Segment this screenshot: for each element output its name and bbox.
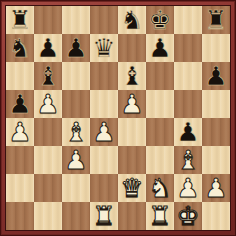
square-c5[interactable] (62, 90, 90, 118)
black-pawn-piece[interactable]: ♟ (36, 34, 59, 62)
black-pawn-piece[interactable]: ♟ (64, 34, 87, 62)
square-c3[interactable]: ♟ (62, 146, 90, 174)
square-b6[interactable]: ♝ (34, 62, 62, 90)
square-e4[interactable] (118, 118, 146, 146)
square-b4[interactable] (34, 118, 62, 146)
square-d3[interactable] (90, 146, 118, 174)
square-f4[interactable] (146, 118, 174, 146)
black-knight-piece[interactable]: ♞ (120, 6, 143, 34)
square-b5[interactable]: ♟ (34, 90, 62, 118)
square-h3[interactable] (202, 146, 230, 174)
square-a6[interactable] (6, 62, 34, 90)
square-h8[interactable]: ♜ (202, 6, 230, 34)
square-g1[interactable]: ♚ (174, 202, 202, 230)
square-g5[interactable] (174, 90, 202, 118)
square-d1[interactable]: ♜ (90, 202, 118, 230)
white-queen-piece[interactable]: ♛ (120, 174, 143, 202)
square-e1[interactable] (118, 202, 146, 230)
square-e8[interactable]: ♞ (118, 6, 146, 34)
square-h6[interactable]: ♟ (202, 62, 230, 90)
square-g6[interactable] (174, 62, 202, 90)
square-c8[interactable] (62, 6, 90, 34)
square-e2[interactable]: ♛ (118, 174, 146, 202)
black-knight-piece[interactable]: ♞ (8, 34, 31, 62)
white-rook-piece[interactable]: ♜ (92, 202, 115, 230)
square-b3[interactable] (34, 146, 62, 174)
square-f8[interactable]: ♚ (146, 6, 174, 34)
square-h5[interactable] (202, 90, 230, 118)
square-c4[interactable]: ♝ (62, 118, 90, 146)
square-f5[interactable] (146, 90, 174, 118)
square-b2[interactable] (34, 174, 62, 202)
square-c2[interactable] (62, 174, 90, 202)
square-f3[interactable] (146, 146, 174, 174)
square-b7[interactable]: ♟ (34, 34, 62, 62)
black-pawn-piece[interactable]: ♟ (148, 34, 171, 62)
white-pawn-piece[interactable]: ♟ (36, 90, 59, 118)
white-knight-piece[interactable]: ♞ (148, 174, 171, 202)
white-bishop-piece[interactable]: ♝ (176, 146, 199, 174)
square-h7[interactable] (202, 34, 230, 62)
square-a4[interactable]: ♟ (6, 118, 34, 146)
black-king-piece[interactable]: ♚ (148, 6, 171, 34)
square-c7[interactable]: ♟ (62, 34, 90, 62)
black-rook-piece[interactable]: ♜ (204, 6, 227, 34)
square-a2[interactable] (6, 174, 34, 202)
square-a5[interactable]: ♟ (6, 90, 34, 118)
square-a1[interactable] (6, 202, 34, 230)
square-g2[interactable]: ♟ (174, 174, 202, 202)
square-h2[interactable]: ♟ (202, 174, 230, 202)
white-pawn-piece[interactable]: ♟ (8, 118, 31, 146)
black-bishop-piece[interactable]: ♝ (120, 62, 143, 90)
square-a8[interactable]: ♜ (6, 6, 34, 34)
square-f6[interactable] (146, 62, 174, 90)
square-f1[interactable]: ♜ (146, 202, 174, 230)
square-f2[interactable]: ♞ (146, 174, 174, 202)
black-bishop-piece[interactable]: ♝ (36, 62, 59, 90)
square-g7[interactable] (174, 34, 202, 62)
square-h1[interactable] (202, 202, 230, 230)
square-g4[interactable]: ♟ (174, 118, 202, 146)
square-e3[interactable] (118, 146, 146, 174)
square-b1[interactable] (34, 202, 62, 230)
square-a7[interactable]: ♞ (6, 34, 34, 62)
square-d7[interactable]: ♛ (90, 34, 118, 62)
square-d8[interactable] (90, 6, 118, 34)
white-pawn-piece[interactable]: ♟ (92, 118, 115, 146)
chess-board: ♜♞♚♜♞♟♟♛♟♝♝♟♟♟♟♟♝♟♟♟♝♛♞♟♟♜♜♚ (6, 6, 230, 230)
white-pawn-piece[interactable]: ♟ (64, 146, 87, 174)
square-c1[interactable] (62, 202, 90, 230)
square-d4[interactable]: ♟ (90, 118, 118, 146)
white-pawn-piece[interactable]: ♟ (120, 90, 143, 118)
black-pawn-piece[interactable]: ♟ (8, 90, 31, 118)
square-f7[interactable]: ♟ (146, 34, 174, 62)
white-bishop-piece[interactable]: ♝ (64, 118, 87, 146)
black-pawn-piece[interactable]: ♟ (176, 118, 199, 146)
black-rook-piece[interactable]: ♜ (8, 6, 31, 34)
square-a3[interactable] (6, 146, 34, 174)
board-frame: ♜♞♚♜♞♟♟♛♟♝♝♟♟♟♟♟♝♟♟♟♝♛♞♟♟♜♜♚ (0, 0, 236, 236)
black-pawn-piece[interactable]: ♟ (204, 62, 227, 90)
square-d5[interactable] (90, 90, 118, 118)
square-g8[interactable] (174, 6, 202, 34)
square-h4[interactable] (202, 118, 230, 146)
white-pawn-piece[interactable]: ♟ (204, 174, 227, 202)
square-c6[interactable] (62, 62, 90, 90)
square-d6[interactable] (90, 62, 118, 90)
white-pawn-piece[interactable]: ♟ (176, 174, 199, 202)
square-e5[interactable]: ♟ (118, 90, 146, 118)
square-e7[interactable] (118, 34, 146, 62)
square-d2[interactable] (90, 174, 118, 202)
square-b8[interactable] (34, 6, 62, 34)
black-queen-piece[interactable]: ♛ (92, 34, 115, 62)
square-e6[interactable]: ♝ (118, 62, 146, 90)
square-g3[interactable]: ♝ (174, 146, 202, 174)
white-rook-piece[interactable]: ♜ (148, 202, 171, 230)
white-king-piece[interactable]: ♚ (176, 202, 199, 230)
